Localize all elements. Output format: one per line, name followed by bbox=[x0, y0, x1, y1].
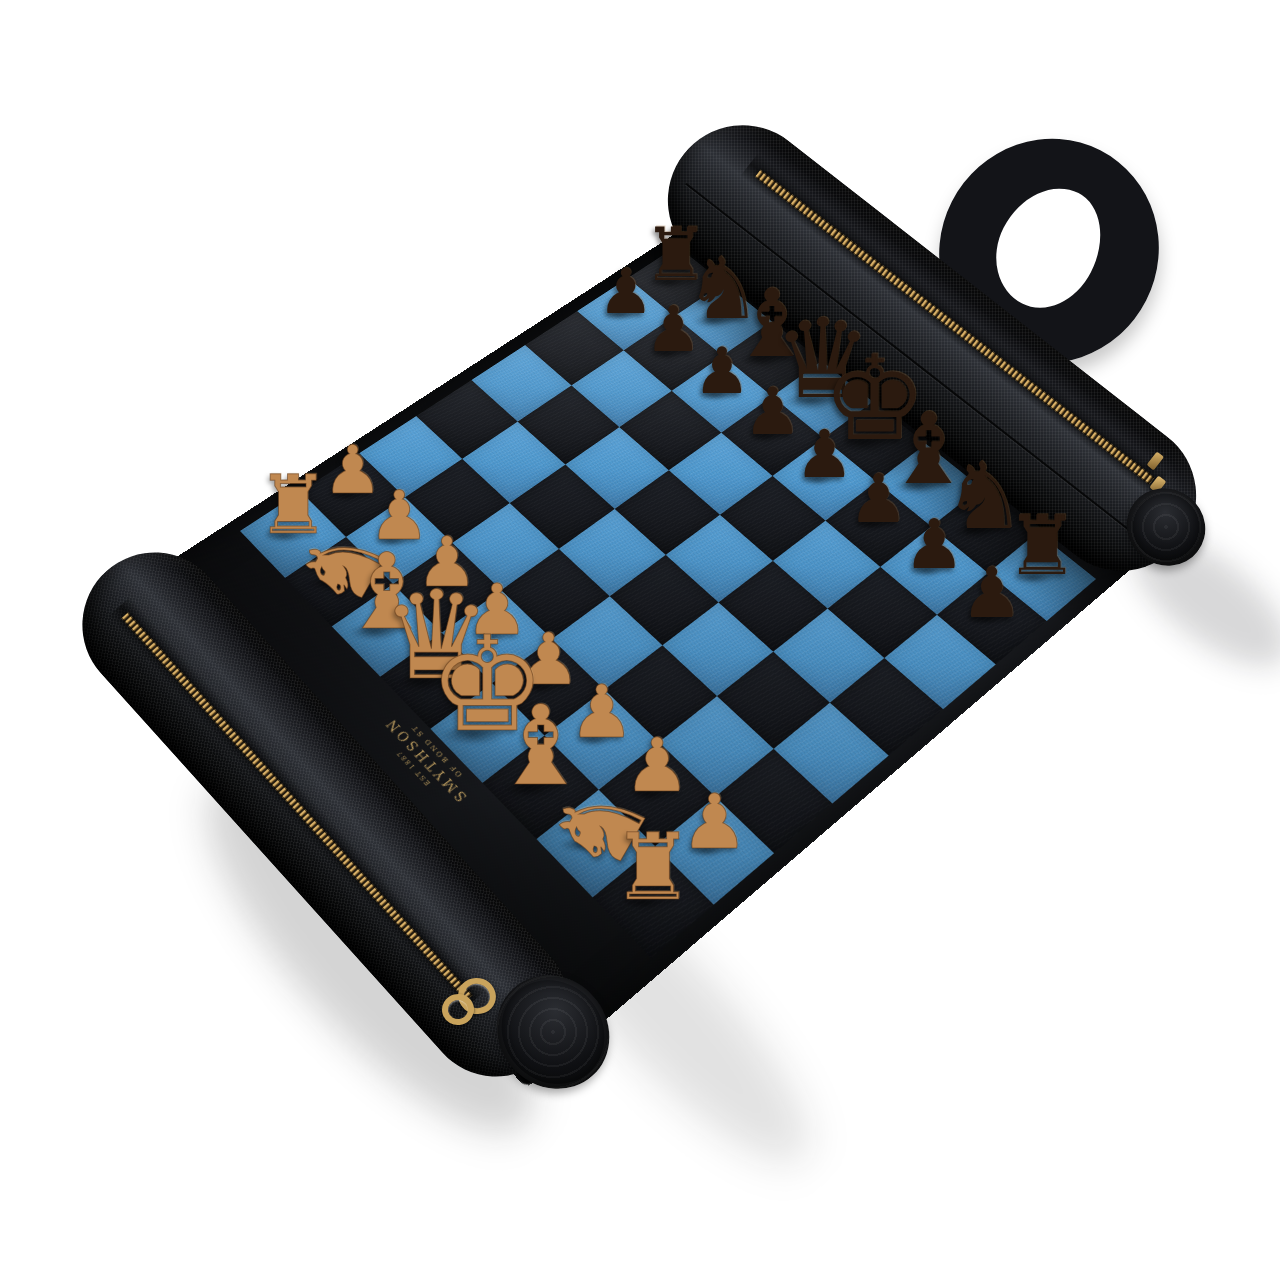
piece-black-pawn-h7[interactable]: ♟ bbox=[961, 558, 1023, 628]
chess-roll-scene: EST 1887 SMYTHSON OF BOND ST ♜♞♝♛♚♝♞♜♟♟♟… bbox=[0, 0, 1280, 1280]
pieces-layer: ♜♞♝♛♚♝♞♜♟♟♟♟♟♟♟♟♟♟♟♟♟♟♟♟♜♞♝♛♚♝♞♜ bbox=[0, 0, 1280, 1280]
piece-black-pawn-e7[interactable]: ♟ bbox=[795, 422, 854, 488]
piece-black-pawn-g7[interactable]: ♟ bbox=[903, 511, 964, 579]
piece-black-pawn-c7[interactable]: ♟ bbox=[693, 339, 750, 403]
piece-black-pawn-d7[interactable]: ♟ bbox=[743, 380, 801, 445]
piece-black-pawn-f7[interactable]: ♟ bbox=[848, 466, 908, 533]
piece-white-rook-h1[interactable]: ♜ bbox=[612, 821, 695, 914]
